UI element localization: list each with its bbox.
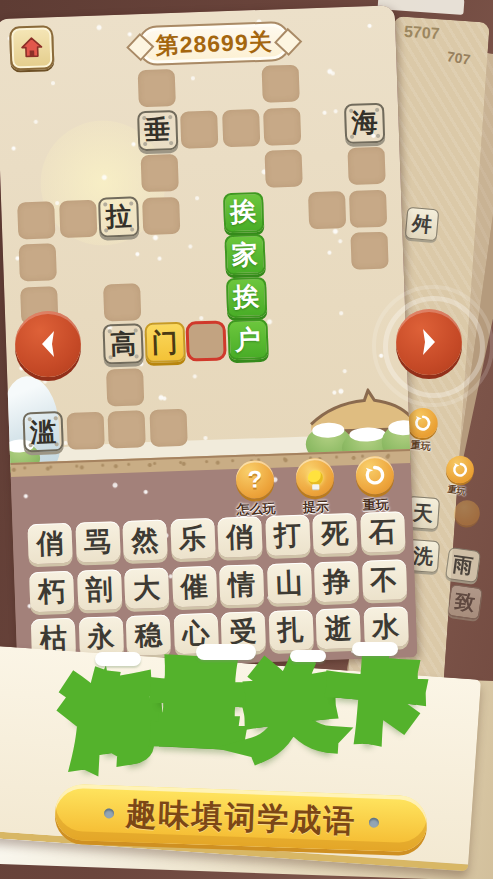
home-icon [18,34,45,61]
board-slot[interactable] [142,196,180,234]
tray-tile[interactable]: 剖 [77,569,122,611]
replay-icon [355,456,394,495]
tray-tile[interactable]: 扎 [268,609,313,651]
board-slot[interactable] [103,283,141,321]
level-banner: 第28699关 [137,21,292,66]
tray-tile[interactable]: 俏 [27,523,72,565]
snow-cap [290,650,326,662]
chevron-left-icon [33,327,63,361]
pill-dot [103,808,113,818]
board-tile-white[interactable]: 垂 [137,109,178,150]
snow-cap [196,644,256,660]
board-slot[interactable] [262,65,300,103]
promo-title: 海量关卡 海量关卡 [34,641,459,806]
replay-button[interactable]: 重玩 [348,455,402,515]
hint-button[interactable]: 提示 [288,457,342,517]
board-tile-green[interactable]: 户 [227,319,268,360]
board-tile-green[interactable]: 挨 [225,276,266,317]
board-slot[interactable] [59,199,97,237]
tray-tile[interactable]: 骂 [75,521,120,563]
snow-cap [95,652,141,666]
side-card-replay-button-faint [450,498,483,529]
level-label: 第28699关 [155,26,273,61]
tray-tile[interactable]: 朽 [29,570,74,612]
board-slot[interactable] [222,109,260,147]
board-slot[interactable] [137,69,175,107]
board-slot[interactable] [349,189,387,227]
tray-tile[interactable]: 打 [265,515,310,557]
board-tile-yellow[interactable]: 门 [144,322,185,363]
replay-icon [444,454,476,486]
tray-tile[interactable]: 情 [219,564,264,606]
tray-tile[interactable]: 山 [266,562,311,604]
snow-cap [352,642,398,656]
tray-tile[interactable]: 石 [360,511,405,553]
tray-tile[interactable]: 死 [312,513,357,555]
replay-icon [452,498,482,528]
game-screen: 5707 707 舛 天 洗 雨 致 重玩 重玩 [0,0,493,879]
board-slot[interactable] [180,110,218,148]
next-level-arrow[interactable] [396,309,462,375]
board-tile-green[interactable]: 家 [224,234,265,275]
board-slot[interactable] [265,150,303,188]
previous-level-arrow[interactable] [15,311,81,377]
board-tile-white[interactable]: 拉 [98,196,139,237]
home-button[interactable] [9,25,55,71]
board-slot-selected[interactable] [185,320,226,361]
tray-tile[interactable]: 俏 [217,516,262,558]
board-slot[interactable] [263,107,301,145]
board-slot[interactable] [106,368,144,406]
board-tile-white[interactable]: 高 [102,323,143,364]
chevron-right-icon [414,325,444,359]
side-card-tile: 雨 [445,547,481,583]
side-card-tile: 舛 [405,207,440,242]
question-icon: ? [235,460,274,499]
board-slot[interactable] [66,412,104,450]
tray-tile[interactable]: 然 [122,519,167,561]
board-slot[interactable] [149,409,187,447]
background-card-level-number: 5707 [403,23,440,43]
board-tile-green[interactable]: 挨 [222,191,263,232]
tray-tile[interactable]: 挣 [314,560,359,602]
promo-tagline: 趣味填词学成语 [125,793,357,843]
replay-icon [406,407,439,440]
tray-tile[interactable]: 大 [124,567,169,609]
board-slot[interactable] [19,243,57,281]
board-slot[interactable] [17,201,55,239]
background-card-level-number: 707 [446,48,472,67]
side-card-tile: 致 [447,584,483,620]
tray-tile[interactable]: 不 [361,559,406,601]
pill-dot [368,817,378,827]
board-slot[interactable] [307,191,345,229]
board-tile-white[interactable]: 滥 [22,411,63,452]
tray-tile[interactable]: 乐 [170,518,215,560]
how-to-play-button[interactable]: ? 怎么玩 [228,459,282,519]
board-slot[interactable] [347,147,385,185]
board-slot[interactable] [350,232,388,270]
tray-tile[interactable]: 催 [171,565,216,607]
board-slot[interactable] [140,154,178,192]
crossword-board: 垂海拉挨家挨高门户滥 [13,62,398,463]
board-tile-white[interactable]: 海 [344,102,385,143]
action-buttons: ? 怎么玩 提示 重玩 [228,455,402,519]
side-card-replay-button: 重玩 [440,454,477,500]
bulb-icon [295,458,334,497]
board-slot[interactable] [108,410,146,448]
